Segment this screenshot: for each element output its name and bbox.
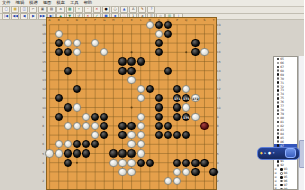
col-label: J	[122, 18, 123, 22]
black-stone-C4	[64, 159, 72, 167]
white-move-icon	[280, 172, 283, 175]
col-label: E	[85, 18, 87, 22]
black-stone-E5	[82, 149, 90, 157]
white-move-icon	[277, 85, 280, 88]
black-stone-R16	[191, 48, 199, 56]
row-label-right: 11	[217, 96, 221, 100]
black-stone-C5	[64, 149, 72, 157]
col-label: Q	[185, 18, 187, 22]
white-move-icon	[277, 77, 280, 80]
black-stone-S4	[200, 159, 208, 167]
black-move-icon	[277, 66, 280, 69]
black-stone-H5	[109, 149, 117, 157]
row-label-left: 6	[42, 142, 44, 146]
black-move-icon	[277, 105, 280, 108]
row-label-left: 15	[42, 60, 46, 64]
black-stone-S8	[200, 122, 208, 130]
col-label: S	[204, 18, 206, 22]
row-label-right: 5	[217, 152, 219, 156]
black-stone-K15	[127, 57, 135, 65]
white-stone-C8	[64, 122, 72, 130]
black-stone-K5	[127, 149, 135, 157]
white-stone-B18	[55, 30, 63, 38]
row-label-right: 18	[217, 32, 221, 36]
black-stone-C10	[64, 103, 72, 111]
row-label-left: 16	[42, 50, 46, 54]
row-label-right: 13	[217, 78, 221, 82]
white-stone-L8	[137, 122, 145, 130]
white-move-icon	[280, 180, 283, 183]
white-stone-K4	[127, 159, 135, 167]
white-move-icon	[277, 125, 280, 128]
black-stone-B17	[55, 39, 63, 47]
move-number-label: 98	[284, 187, 288, 190]
row-label-right: 15	[217, 60, 221, 64]
move-number: 175	[183, 114, 189, 122]
white-stone-L5	[137, 149, 145, 157]
prev-icon[interactable]: ◆	[260, 152, 263, 155]
white-move-icon	[277, 132, 280, 135]
black-stone-P10	[173, 103, 181, 111]
black-stone-N8	[155, 122, 163, 130]
white-move-icon	[277, 62, 280, 65]
col-label: R	[194, 18, 196, 22]
white-stone-K7	[127, 131, 135, 139]
white-stone-A5	[45, 149, 53, 157]
black-stone-R4	[191, 159, 199, 167]
black-stone-Q11: 173	[182, 94, 190, 102]
black-stone-N9	[155, 113, 163, 121]
move-number: 173	[183, 95, 189, 103]
black-stone-B9	[55, 113, 63, 121]
row-label-right: 17	[217, 41, 221, 45]
row-label-right: 8	[217, 124, 219, 128]
white-stone-L12	[137, 85, 145, 93]
col-label: C	[67, 18, 69, 22]
white-stone-E9	[82, 113, 90, 121]
black-move-icon	[277, 136, 280, 139]
move-number: 171	[174, 95, 180, 103]
play-icon[interactable]: ▸	[264, 152, 266, 155]
white-stone-Q10	[182, 103, 190, 111]
white-stone-J4	[118, 159, 126, 167]
row-label-right: 10	[217, 106, 221, 110]
white-move-icon	[277, 109, 280, 112]
row-label-right: 4	[217, 161, 219, 165]
row-label-left: 19	[42, 23, 46, 27]
row-label-left: 18	[42, 32, 46, 36]
black-stone-N10	[155, 103, 163, 111]
black-stone-R3	[191, 168, 199, 176]
black-move-icon	[277, 121, 280, 124]
black-stone-D5	[73, 149, 81, 157]
white-stone-R11: 172	[191, 94, 199, 102]
stone-icon[interactable]: ●	[268, 152, 271, 155]
black-stone-K8	[127, 122, 135, 130]
white-move-icon	[277, 164, 280, 167]
black-stone-J15	[118, 57, 126, 65]
white-stone-D10	[73, 103, 81, 111]
move-tree-row-98[interactable]: ⊞98	[274, 187, 297, 190]
row-label-left: 2	[42, 179, 44, 183]
black-move-icon	[277, 73, 280, 76]
black-move-icon	[277, 160, 280, 163]
col-label: P	[176, 18, 178, 22]
row-label-left: 14	[42, 69, 46, 73]
col-label: K	[131, 18, 133, 22]
black-move-icon	[277, 113, 280, 116]
row-label-right: 16	[217, 50, 221, 54]
black-stone-J14	[118, 67, 126, 75]
white-stone-J3	[118, 168, 126, 176]
black-stone-M4	[146, 159, 154, 167]
row-label-right: 19	[217, 23, 221, 27]
white-stone-N18	[155, 30, 163, 38]
row-label-right: 14	[217, 69, 221, 73]
move-tree-panel[interactable]: 6566676869707172737475767778798081828384…	[273, 56, 298, 190]
black-stone-Q9: 175	[182, 113, 190, 121]
black-move-icon	[280, 176, 283, 179]
white-move-icon	[277, 93, 280, 96]
black-stone-K14	[127, 67, 135, 75]
black-stone-J7	[118, 131, 126, 139]
row-label-left: 10	[42, 106, 46, 110]
row-label-right: 2	[217, 179, 219, 183]
white-stone-K13	[127, 76, 135, 84]
white-stone-R9	[191, 113, 199, 121]
black-stone-O14	[164, 67, 172, 75]
row-label-left: 5	[42, 152, 44, 156]
row-label-right: 6	[217, 142, 219, 146]
white-move-icon	[277, 101, 280, 104]
black-stone-O19	[164, 21, 172, 29]
black-move-icon	[277, 81, 280, 84]
col-label: L	[140, 18, 142, 22]
black-stone-T3	[209, 168, 217, 176]
white-stone-L7	[137, 131, 145, 139]
black-stone-L4	[137, 159, 145, 167]
col-label: A	[49, 18, 51, 22]
black-move-icon	[277, 97, 280, 100]
white-move-icon	[277, 69, 280, 72]
popup-button[interactable]	[285, 148, 296, 158]
white-stone-K3	[127, 168, 135, 176]
white-move-icon	[280, 188, 283, 190]
scrollbar-thumb[interactable]	[299, 140, 304, 168]
row-label-left: 11	[42, 96, 46, 100]
go-review-window: 文件编辑棋谱视图棋盘工具帮助 ▢▦◫✂▣▤⌂▩＋－✕●○▲A✎? |◀◀◀◀▶▶…	[0, 0, 304, 190]
row-label-left: 9	[42, 115, 44, 119]
expander-icon[interactable]: ⊞	[275, 187, 278, 190]
vertical-scrollbar[interactable]	[298, 56, 305, 190]
row-label-left: 7	[42, 133, 44, 137]
black-stone-R17	[191, 39, 199, 47]
white-move-icon	[277, 140, 280, 143]
col-label: F	[94, 18, 96, 22]
row-label-left: 8	[42, 124, 44, 128]
black-move-icon	[280, 184, 283, 187]
col-label: G	[103, 18, 105, 22]
row-label-right: 9	[217, 115, 219, 119]
black-move-icon	[277, 89, 280, 92]
white-stone-L9	[137, 113, 145, 121]
move-number: 172	[192, 95, 198, 103]
col-label: B	[58, 18, 60, 22]
black-stone-P11: 171	[173, 94, 181, 102]
white-stone-M19	[146, 21, 154, 29]
down-icon[interactable]: ▾	[273, 152, 275, 155]
black-stone-J8	[118, 122, 126, 130]
black-move-icon	[277, 58, 280, 61]
col-label: D	[76, 18, 78, 22]
row-label-left: 17	[42, 41, 46, 45]
white-move-icon	[277, 117, 280, 120]
row-label-left: 12	[42, 87, 46, 91]
white-stone-H4	[109, 159, 117, 167]
black-stone-C14	[64, 67, 72, 75]
white-stone-D8	[73, 122, 81, 130]
floating-toolbar-popup[interactable]: ◆▸●▾	[257, 147, 300, 161]
black-stone-L15	[137, 57, 145, 65]
row-label-left: 4	[42, 161, 44, 165]
row-label-right: 12	[217, 87, 221, 91]
row-label-left: 13	[42, 78, 46, 82]
black-stone-J5	[118, 149, 126, 157]
black-move-icon	[277, 129, 280, 132]
row-label-left: 3	[42, 170, 44, 174]
black-move-icon	[280, 168, 283, 171]
black-stone-N19	[155, 21, 163, 29]
col-label: H	[112, 18, 114, 22]
col-label: T	[213, 18, 215, 22]
white-stone-B5	[55, 149, 63, 157]
row-label-right: 7	[217, 133, 219, 137]
